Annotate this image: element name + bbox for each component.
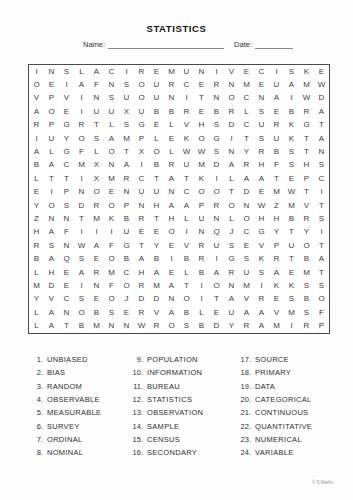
word-number: 24. bbox=[238, 448, 251, 457]
grid-cell: I bbox=[74, 105, 89, 118]
grid-cell: H bbox=[299, 159, 314, 172]
word-number: 4. bbox=[30, 395, 43, 404]
grid-cell: G bbox=[119, 239, 134, 252]
grid-cell: L bbox=[29, 266, 44, 279]
grid-cell: A bbox=[134, 253, 149, 266]
word-text: BIAS bbox=[47, 368, 65, 377]
word-number: 14. bbox=[130, 422, 143, 431]
grid-cell: L bbox=[74, 65, 89, 78]
grid-cell: U bbox=[209, 239, 224, 252]
grid-cell: G bbox=[59, 145, 74, 158]
grid-cell: N bbox=[164, 92, 179, 105]
grid-cell: P bbox=[44, 92, 59, 105]
grid-cell: D bbox=[314, 92, 329, 105]
word-list-item: 8.NOMINAL bbox=[30, 446, 130, 459]
grid-cell: N bbox=[104, 159, 119, 172]
page-title: STATISTICS bbox=[0, 23, 353, 34]
word-text: OBSERVABLE bbox=[47, 395, 100, 404]
word-text: SAMPLE bbox=[147, 422, 179, 431]
grid-cell: R bbox=[134, 65, 149, 78]
grid-cell: N bbox=[314, 145, 329, 158]
grid-cell: M bbox=[194, 159, 209, 172]
word-list-item: 1.UNBIASED bbox=[30, 353, 130, 366]
grid-cell: W bbox=[179, 145, 194, 158]
word-text: MEASURABLE bbox=[47, 408, 101, 417]
grid-cell: E bbox=[44, 78, 59, 91]
grid-cell: J bbox=[224, 226, 239, 239]
grid-cell: X bbox=[89, 159, 104, 172]
grid-cell: B bbox=[119, 212, 134, 225]
grid-cell: N bbox=[239, 199, 254, 212]
grid-cell: U bbox=[149, 92, 164, 105]
word-list-item: 2.BIAS bbox=[30, 366, 130, 379]
grid-cell: A bbox=[254, 306, 269, 319]
grid-cell: B bbox=[89, 306, 104, 319]
date-label: Date: bbox=[234, 40, 252, 49]
grid-cell: B bbox=[179, 253, 194, 266]
grid-cell: S bbox=[299, 306, 314, 319]
grid-cell: A bbox=[119, 159, 134, 172]
grid-cell: S bbox=[299, 279, 314, 292]
word-list-item: 3.RANDOM bbox=[30, 380, 130, 393]
grid-cell: H bbox=[254, 159, 269, 172]
grid-cell: V bbox=[239, 293, 254, 306]
grid-cell: E bbox=[239, 239, 254, 252]
word-list-item: 7.ORDINAL bbox=[30, 433, 130, 446]
word-number: 11. bbox=[130, 382, 143, 391]
word-list-item: 19.DATA bbox=[238, 380, 330, 393]
grid-cell: R bbox=[299, 212, 314, 225]
grid-cell: R bbox=[194, 253, 209, 266]
word-number: 12. bbox=[130, 395, 143, 404]
grid-cell: A bbox=[314, 253, 329, 266]
grid-cell: O bbox=[29, 78, 44, 91]
grid-cell: F bbox=[89, 78, 104, 91]
grid-cell: S bbox=[119, 78, 134, 91]
grid-cell: C bbox=[59, 159, 74, 172]
grid-cell: B bbox=[284, 212, 299, 225]
grid-cell: D bbox=[239, 186, 254, 199]
grid-cell: A bbox=[164, 279, 179, 292]
grid-cell: C bbox=[104, 65, 119, 78]
grid-cell: W bbox=[314, 78, 329, 91]
grid-cell: O bbox=[194, 132, 209, 145]
word-number: 15. bbox=[130, 435, 143, 444]
grid-cell: S bbox=[104, 306, 119, 319]
grid-cell: M bbox=[284, 199, 299, 212]
word-number: 5. bbox=[30, 408, 43, 417]
grid-cell: C bbox=[239, 226, 254, 239]
grid-cell: U bbox=[239, 266, 254, 279]
word-text: SURVEY bbox=[47, 422, 80, 431]
grid-cell: A bbox=[44, 320, 59, 333]
grid-cell: O bbox=[224, 92, 239, 105]
word-list-item: 17.SOURCE bbox=[238, 353, 330, 366]
grid-cell: I bbox=[119, 65, 134, 78]
grid-cell: R bbox=[149, 320, 164, 333]
grid-cell: L bbox=[224, 212, 239, 225]
grid-cell: B bbox=[29, 159, 44, 172]
grid-cell: U bbox=[134, 186, 149, 199]
copyright-credit: © S Maths bbox=[312, 480, 333, 485]
word-list-column-2: 9.POPULATION10.INFORMATION11.BUREAU12.ST… bbox=[130, 353, 238, 459]
grid-cell: A bbox=[29, 105, 44, 118]
word-number: 7. bbox=[30, 435, 43, 444]
grid-cell: P bbox=[119, 199, 134, 212]
grid-cell: B bbox=[119, 253, 134, 266]
grid-cell: R bbox=[194, 239, 209, 252]
word-text: CONTINUOUS bbox=[255, 408, 308, 417]
grid-cell: S bbox=[89, 132, 104, 145]
grid-cell: U bbox=[119, 92, 134, 105]
grid-cell: S bbox=[59, 65, 74, 78]
grid-cell: B bbox=[269, 145, 284, 158]
grid-cell: C bbox=[314, 172, 329, 185]
grid-cell: A bbox=[239, 306, 254, 319]
grid-cell: P bbox=[44, 119, 59, 132]
grid-cell: O bbox=[209, 186, 224, 199]
grid-cell: C bbox=[179, 78, 194, 91]
grid-cell: E bbox=[89, 253, 104, 266]
grid-cell: T bbox=[179, 279, 194, 292]
grid-cell: L bbox=[224, 172, 239, 185]
grid-cell: T bbox=[149, 212, 164, 225]
grid-cell: L bbox=[29, 306, 44, 319]
grid-cell: R bbox=[239, 159, 254, 172]
grid-cell: A bbox=[269, 266, 284, 279]
word-number: 16. bbox=[130, 448, 143, 457]
grid-cell: A bbox=[104, 132, 119, 145]
grid-cell: E bbox=[59, 279, 74, 292]
word-list-item: 5.MEASURABLE bbox=[30, 406, 130, 419]
grid-cell: D bbox=[209, 159, 224, 172]
grid-cell: F bbox=[59, 226, 74, 239]
grid-cell: N bbox=[209, 212, 224, 225]
grid-cell: E bbox=[269, 293, 284, 306]
grid-cell: E bbox=[59, 105, 74, 118]
word-text: CENSUS bbox=[147, 435, 180, 444]
grid-cell: E bbox=[164, 239, 179, 252]
grid-cell: R bbox=[89, 199, 104, 212]
grid-cell: Z bbox=[29, 212, 44, 225]
word-list-item: 14.SAMPLE bbox=[130, 419, 238, 432]
grid-cell: G bbox=[209, 132, 224, 145]
grid-cell: Z bbox=[269, 199, 284, 212]
grid-cell: A bbox=[74, 78, 89, 91]
grid-cell: S bbox=[119, 119, 134, 132]
grid-cell: N bbox=[224, 78, 239, 91]
grid-cell: S bbox=[254, 266, 269, 279]
grid-cell: A bbox=[164, 172, 179, 185]
grid-cell: A bbox=[224, 159, 239, 172]
grid-cell: N bbox=[59, 212, 74, 225]
grid-cell: I bbox=[59, 78, 74, 91]
grid-cell: I bbox=[314, 226, 329, 239]
grid-cell: A bbox=[254, 172, 269, 185]
grid-cell: O bbox=[179, 293, 194, 306]
grid-cell: B bbox=[299, 293, 314, 306]
grid-cell: W bbox=[134, 320, 149, 333]
grid-cell: S bbox=[284, 159, 299, 172]
word-list-item: 22.QUANTITATIVE bbox=[238, 419, 330, 432]
grid-cell: R bbox=[269, 253, 284, 266]
grid-cell: R bbox=[224, 266, 239, 279]
grid-cell: M bbox=[269, 320, 284, 333]
grid-cell: O bbox=[44, 199, 59, 212]
grid-cell: H bbox=[134, 266, 149, 279]
grid-cell: I bbox=[209, 253, 224, 266]
grid-cell: G bbox=[299, 119, 314, 132]
grid-cell: S bbox=[314, 212, 329, 225]
grid-cell: V bbox=[29, 92, 44, 105]
word-text: NOMINAL bbox=[47, 448, 83, 457]
grid-cell: I bbox=[254, 279, 269, 292]
word-number: 1. bbox=[30, 355, 43, 364]
word-list-item: 20.CATEGORICAL bbox=[238, 393, 330, 406]
grid-cell: E bbox=[284, 266, 299, 279]
grid-cell: I bbox=[44, 186, 59, 199]
grid-cell: A bbox=[164, 306, 179, 319]
grid-cell: K bbox=[284, 132, 299, 145]
grid-cell: O bbox=[314, 293, 329, 306]
grid-cell: T bbox=[44, 172, 59, 185]
grid-cell: C bbox=[59, 293, 74, 306]
grid-cell: D bbox=[44, 279, 59, 292]
grid-cell: S bbox=[74, 253, 89, 266]
grid-cell: M bbox=[149, 279, 164, 292]
grid-cell: A bbox=[89, 65, 104, 78]
grid-cell: F bbox=[269, 159, 284, 172]
grid-cell: T bbox=[59, 320, 74, 333]
grid-cell: R bbox=[269, 119, 284, 132]
grid-cell: O bbox=[164, 320, 179, 333]
grid-cell: E bbox=[149, 119, 164, 132]
grid-cell: F bbox=[74, 145, 89, 158]
grid-cell: N bbox=[209, 92, 224, 105]
grid-cell: Y bbox=[269, 226, 284, 239]
grid-cell: D bbox=[134, 293, 149, 306]
grid-cell: E bbox=[164, 132, 179, 145]
word-list-item: 15.CENSUS bbox=[130, 433, 238, 446]
word-list-column-3: 17.SOURCE18.PRIMARY19.DATA20.CATEGORICAL… bbox=[238, 353, 330, 459]
word-number: 20. bbox=[238, 395, 251, 404]
grid-cell: X bbox=[134, 145, 149, 158]
grid-cell: E bbox=[104, 186, 119, 199]
grid-cell: A bbox=[179, 199, 194, 212]
grid-cell: O bbox=[149, 145, 164, 158]
grid-cell: N bbox=[224, 279, 239, 292]
grid-cell: E bbox=[59, 266, 74, 279]
grid-cell: O bbox=[194, 186, 209, 199]
word-text: SOURCE bbox=[255, 355, 289, 364]
grid-cell: S bbox=[209, 145, 224, 158]
grid-cell: V bbox=[179, 119, 194, 132]
grid-cell: U bbox=[254, 119, 269, 132]
grid-cell: V bbox=[149, 306, 164, 319]
grid-cell: N bbox=[119, 186, 134, 199]
grid-cell: I bbox=[284, 92, 299, 105]
grid-cell: N bbox=[89, 92, 104, 105]
grid-cell: I bbox=[134, 159, 149, 172]
word-list-item: 6.SURVEY bbox=[30, 419, 130, 432]
grid-cell: T bbox=[269, 172, 284, 185]
grid-cell: I bbox=[269, 65, 284, 78]
word-number: 2. bbox=[30, 368, 43, 377]
word-text: INFORMATION bbox=[147, 368, 202, 377]
grid-cell: R bbox=[134, 279, 149, 292]
word-number: 13. bbox=[130, 408, 143, 417]
grid-cell: A bbox=[44, 226, 59, 239]
grid-cell: T bbox=[209, 293, 224, 306]
grid-cell: I bbox=[29, 132, 44, 145]
grid-cell: T bbox=[284, 226, 299, 239]
grid-cell: U bbox=[269, 78, 284, 91]
word-list-column-1: 1.UNBIASED2.BIAS3.RANDOM4.OBSERVABLE5.ME… bbox=[30, 353, 130, 459]
grid-cell: O bbox=[74, 132, 89, 145]
grid-cell: V bbox=[44, 293, 59, 306]
grid-cell: O bbox=[119, 279, 134, 292]
word-text: BUREAU bbox=[147, 382, 180, 391]
grid-cell: S bbox=[44, 239, 59, 252]
grid-cell: F bbox=[104, 279, 119, 292]
grid-cell: F bbox=[104, 239, 119, 252]
grid-cell: S bbox=[239, 253, 254, 266]
grid-cell: K bbox=[179, 132, 194, 145]
grid-cell: T bbox=[314, 266, 329, 279]
grid-cell: T bbox=[134, 239, 149, 252]
grid-cell: I bbox=[209, 172, 224, 185]
grid-cell: U bbox=[179, 65, 194, 78]
grid-cell: G bbox=[134, 119, 149, 132]
grid-cell: L bbox=[194, 306, 209, 319]
word-text: UNBIASED bbox=[47, 355, 88, 364]
grid-cell: O bbox=[134, 78, 149, 91]
word-list-item: 10.INFORMATION bbox=[130, 366, 238, 379]
grid-cell: Y bbox=[299, 226, 314, 239]
grid-cell: U bbox=[134, 105, 149, 118]
grid-cell: Y bbox=[29, 293, 44, 306]
grid-cell: A bbox=[164, 199, 179, 212]
grid-cell: R bbox=[29, 239, 44, 252]
grid-cell: A bbox=[314, 105, 329, 118]
grid-cell: Q bbox=[59, 253, 74, 266]
grid-cell: P bbox=[269, 239, 284, 252]
grid-cell: U bbox=[224, 306, 239, 319]
name-date-row: Name: Date: bbox=[83, 40, 293, 49]
grid-cell: I bbox=[104, 226, 119, 239]
grid-cell: K bbox=[299, 65, 314, 78]
grid-cell: M bbox=[299, 78, 314, 91]
grid-cell: B bbox=[164, 105, 179, 118]
grid-cell: U bbox=[284, 239, 299, 252]
grid-cell: L bbox=[29, 320, 44, 333]
word-list-item: 12.STATISTICS bbox=[130, 393, 238, 406]
grid-cell: H bbox=[269, 212, 284, 225]
word-number: 17. bbox=[238, 355, 251, 364]
grid-cell: I bbox=[194, 279, 209, 292]
grid-cell: W bbox=[284, 186, 299, 199]
grid-cell: L bbox=[149, 132, 164, 145]
grid-cell: A bbox=[239, 172, 254, 185]
grid-cell: Y bbox=[149, 239, 164, 252]
grid-cell: T bbox=[314, 199, 329, 212]
grid-cell: Y bbox=[224, 320, 239, 333]
grid-cell: A bbox=[224, 293, 239, 306]
grid-cell: R bbox=[224, 105, 239, 118]
grid-cell: O bbox=[44, 105, 59, 118]
grid-cell: I bbox=[284, 320, 299, 333]
grid-cell: L bbox=[179, 212, 194, 225]
grid-cell: J bbox=[119, 293, 134, 306]
grid-cell: A bbox=[89, 239, 104, 252]
grid-cell: L bbox=[164, 119, 179, 132]
grid-cell: E bbox=[149, 65, 164, 78]
grid-cell: E bbox=[149, 226, 164, 239]
grid-cell: R bbox=[164, 78, 179, 91]
grid-cell: N bbox=[134, 199, 149, 212]
grid-cell: M bbox=[104, 172, 119, 185]
grid-cell: N bbox=[194, 65, 209, 78]
grid-cell: B bbox=[284, 105, 299, 118]
grid-cell: T bbox=[224, 186, 239, 199]
grid-cell: S bbox=[254, 132, 269, 145]
grid-cell: E bbox=[29, 186, 44, 199]
grid-cell: B bbox=[194, 266, 209, 279]
word-number: 21. bbox=[238, 408, 251, 417]
grid-cell: E bbox=[194, 105, 209, 118]
grid-cell: B bbox=[194, 320, 209, 333]
word-number: 18. bbox=[238, 368, 251, 377]
grid-cell: L bbox=[44, 145, 59, 158]
grid-cell: E bbox=[119, 306, 134, 319]
grid-cell: O bbox=[209, 279, 224, 292]
word-number: 3. bbox=[30, 382, 43, 391]
grid-cell: S bbox=[314, 159, 329, 172]
grid-cell: P bbox=[314, 320, 329, 333]
grid-cell: E bbox=[284, 172, 299, 185]
grid-cell: M bbox=[284, 306, 299, 319]
word-list-item: 23.NUMERICAL bbox=[238, 433, 330, 446]
grid-cell: R bbox=[89, 266, 104, 279]
grid-cell: S bbox=[104, 92, 119, 105]
grid-cell: I bbox=[209, 65, 224, 78]
grid-cell: O bbox=[104, 199, 119, 212]
grid-cell: N bbox=[194, 226, 209, 239]
grid-cell: L bbox=[239, 105, 254, 118]
grid-cell: C bbox=[239, 119, 254, 132]
grid-cell: S bbox=[74, 293, 89, 306]
grid-cell: I bbox=[89, 226, 104, 239]
word-search-grid: INSLACIREMUNIVECISKEOEIAFNSOURCERNMEUAMW… bbox=[28, 64, 330, 334]
grid-cell: I bbox=[74, 226, 89, 239]
grid-cell: S bbox=[59, 199, 74, 212]
grid-cell: T bbox=[284, 253, 299, 266]
grid-cell: E bbox=[314, 65, 329, 78]
grid-cell: O bbox=[104, 253, 119, 266]
grid-cell: I bbox=[74, 92, 89, 105]
grid-cell: E bbox=[134, 226, 149, 239]
grid-cell: E bbox=[254, 78, 269, 91]
grid-cell: R bbox=[134, 306, 149, 319]
grid-cell: E bbox=[89, 293, 104, 306]
grid-cell: R bbox=[299, 105, 314, 118]
grid-cell: R bbox=[119, 172, 134, 185]
grid-cell: O bbox=[224, 199, 239, 212]
grid-cell: S bbox=[179, 320, 194, 333]
grid-cell: P bbox=[299, 172, 314, 185]
grid-cell: T bbox=[194, 92, 209, 105]
grid-cell: S bbox=[224, 239, 239, 252]
